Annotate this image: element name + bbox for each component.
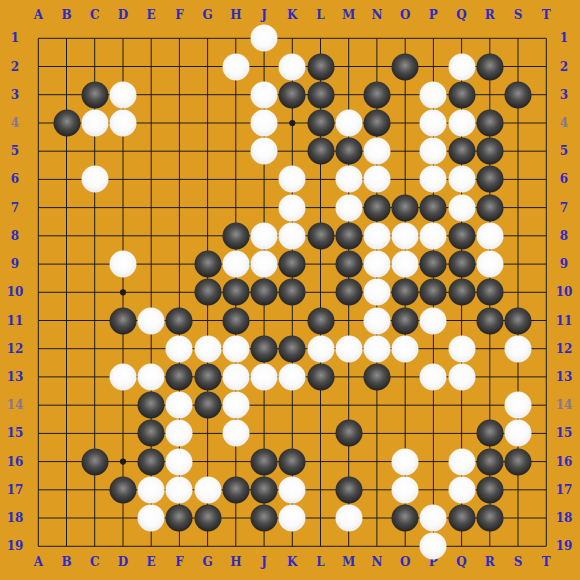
black-stone <box>476 476 503 503</box>
white-stone <box>279 476 306 503</box>
white-stone <box>138 476 165 503</box>
black-stone <box>392 505 419 532</box>
col-label-top: M <box>342 9 355 21</box>
white-stone <box>420 81 447 108</box>
black-stone <box>392 194 419 221</box>
white-stone <box>448 335 475 362</box>
row-label-right: 8 <box>560 230 568 242</box>
row-label-right: 4 <box>560 117 568 129</box>
white-stone <box>166 476 193 503</box>
col-label-top: K <box>287 9 297 21</box>
col-label-bottom: F <box>175 556 184 568</box>
white-stone <box>420 307 447 334</box>
row-label-right: 14 <box>556 399 573 411</box>
col-label-bottom: S <box>514 556 523 568</box>
row-label-left: 10 <box>7 286 24 298</box>
black-stone <box>279 279 306 306</box>
white-stone <box>222 251 249 278</box>
black-stone <box>335 138 362 165</box>
black-stone <box>194 251 221 278</box>
white-stone <box>420 363 447 390</box>
black-stone <box>81 448 108 475</box>
white-stone <box>505 420 532 447</box>
white-stone <box>335 166 362 193</box>
black-stone <box>505 307 532 334</box>
row-label-right: 10 <box>556 286 573 298</box>
white-stone <box>222 420 249 447</box>
white-stone <box>335 335 362 362</box>
col-label-bottom: O <box>400 556 410 568</box>
white-stone <box>251 251 278 278</box>
row-label-right: 16 <box>556 456 573 468</box>
black-stone <box>420 194 447 221</box>
col-label-top: D <box>118 9 128 21</box>
black-stone <box>251 448 278 475</box>
white-stone <box>505 335 532 362</box>
col-label-top: C <box>90 9 100 21</box>
black-stone <box>194 279 221 306</box>
black-stone <box>138 392 165 419</box>
black-stone <box>166 363 193 390</box>
black-stone <box>363 81 390 108</box>
col-label-top: G <box>202 9 212 21</box>
white-stone <box>81 166 108 193</box>
row-label-right: 7 <box>560 202 568 214</box>
black-stone <box>109 476 136 503</box>
white-stone <box>420 533 447 560</box>
white-stone <box>109 251 136 278</box>
black-stone <box>251 505 278 532</box>
white-stone <box>448 363 475 390</box>
row-label-right: 6 <box>560 173 568 185</box>
row-label-right: 19 <box>556 540 573 552</box>
row-label-left: 9 <box>11 258 19 270</box>
white-stone <box>335 194 362 221</box>
white-stone <box>420 166 447 193</box>
black-stone <box>335 251 362 278</box>
white-stone <box>363 335 390 362</box>
black-stone <box>476 307 503 334</box>
col-label-top: T <box>542 9 551 21</box>
black-stone <box>279 251 306 278</box>
white-stone <box>222 392 249 419</box>
row-label-right: 18 <box>556 512 573 524</box>
col-label-bottom: A <box>34 556 43 568</box>
white-stone <box>448 53 475 80</box>
col-label-bottom: N <box>371 556 382 568</box>
white-stone <box>138 307 165 334</box>
white-stone <box>392 448 419 475</box>
white-stone <box>279 166 306 193</box>
col-label-top: H <box>230 9 241 21</box>
white-stone <box>166 420 193 447</box>
white-stone <box>420 109 447 136</box>
row-label-right: 9 <box>560 258 568 270</box>
col-label-top: A <box>34 9 43 21</box>
col-label-bottom: Q <box>456 556 466 568</box>
white-stone <box>138 363 165 390</box>
white-stone <box>251 363 278 390</box>
black-stone <box>166 505 193 532</box>
white-stone <box>166 335 193 362</box>
white-stone <box>476 222 503 249</box>
black-stone <box>363 363 390 390</box>
black-stone <box>307 53 334 80</box>
row-label-left: 4 <box>11 117 19 129</box>
star-point <box>289 120 295 126</box>
black-stone <box>194 392 221 419</box>
row-label-right: 1 <box>560 32 568 44</box>
row-label-left: 13 <box>7 371 24 383</box>
white-stone <box>476 251 503 278</box>
row-label-left: 17 <box>7 484 24 496</box>
star-point <box>120 289 126 295</box>
white-stone <box>251 138 278 165</box>
white-stone <box>392 476 419 503</box>
black-stone <box>476 194 503 221</box>
black-stone <box>53 109 80 136</box>
col-label-top: S <box>514 9 523 21</box>
white-stone <box>363 279 390 306</box>
black-stone <box>307 222 334 249</box>
black-stone <box>251 279 278 306</box>
white-stone <box>166 392 193 419</box>
white-stone <box>194 476 221 503</box>
white-stone <box>222 335 249 362</box>
white-stone <box>420 222 447 249</box>
black-stone <box>194 505 221 532</box>
row-label-right: 5 <box>560 145 568 157</box>
row-label-left: 6 <box>11 173 19 185</box>
row-label-right: 2 <box>560 61 568 73</box>
white-stone <box>392 335 419 362</box>
white-stone <box>363 166 390 193</box>
white-stone <box>109 81 136 108</box>
black-stone <box>505 448 532 475</box>
black-stone <box>251 476 278 503</box>
black-stone <box>420 251 447 278</box>
black-stone <box>81 81 108 108</box>
black-stone <box>505 81 532 108</box>
black-stone <box>420 279 447 306</box>
col-label-bottom: G <box>202 556 212 568</box>
col-label-top: J <box>261 9 267 21</box>
white-stone <box>222 53 249 80</box>
col-label-top: N <box>371 9 382 21</box>
white-stone <box>109 109 136 136</box>
white-stone <box>109 363 136 390</box>
black-stone <box>476 166 503 193</box>
black-stone <box>448 138 475 165</box>
white-stone <box>420 138 447 165</box>
black-stone <box>222 307 249 334</box>
white-stone <box>335 505 362 532</box>
black-stone <box>448 251 475 278</box>
white-stone <box>279 363 306 390</box>
col-label-bottom: L <box>316 556 324 568</box>
black-stone <box>392 279 419 306</box>
black-stone <box>222 476 249 503</box>
white-stone <box>222 363 249 390</box>
white-stone <box>279 222 306 249</box>
black-stone <box>194 363 221 390</box>
row-label-right: 3 <box>560 89 568 101</box>
row-label-right: 11 <box>556 315 573 327</box>
row-label-left: 15 <box>7 427 24 439</box>
col-label-bottom: B <box>61 556 71 568</box>
white-stone <box>194 335 221 362</box>
row-label-left: 14 <box>7 399 24 411</box>
black-stone <box>476 53 503 80</box>
col-label-bottom: H <box>230 556 241 568</box>
black-stone <box>476 505 503 532</box>
row-label-left: 5 <box>11 145 19 157</box>
white-stone <box>251 222 278 249</box>
col-label-top: P <box>429 9 438 21</box>
col-label-top: E <box>147 9 156 21</box>
black-stone <box>307 109 334 136</box>
black-stone <box>392 53 419 80</box>
row-label-right: 17 <box>556 484 573 496</box>
black-stone <box>307 363 334 390</box>
col-label-bottom: K <box>287 556 297 568</box>
white-stone <box>279 505 306 532</box>
black-stone <box>166 307 193 334</box>
col-label-top: Q <box>456 9 466 21</box>
white-stone <box>81 109 108 136</box>
row-label-left: 16 <box>7 456 24 468</box>
col-label-bottom: D <box>118 556 128 568</box>
col-label-top: B <box>61 9 71 21</box>
black-stone <box>138 420 165 447</box>
white-stone <box>392 251 419 278</box>
white-stone <box>251 109 278 136</box>
white-stone <box>448 194 475 221</box>
black-stone <box>363 194 390 221</box>
row-label-left: 18 <box>7 512 24 524</box>
col-label-top: O <box>400 9 410 21</box>
row-label-left: 19 <box>7 540 24 552</box>
black-stone <box>279 335 306 362</box>
row-label-left: 12 <box>7 343 24 355</box>
white-stone <box>420 505 447 532</box>
white-stone <box>363 222 390 249</box>
col-label-top: R <box>485 9 495 21</box>
black-stone <box>335 222 362 249</box>
black-stone <box>222 279 249 306</box>
white-stone <box>279 53 306 80</box>
black-stone <box>109 307 136 334</box>
white-stone <box>505 392 532 419</box>
black-stone <box>448 505 475 532</box>
black-stone <box>476 279 503 306</box>
black-stone <box>476 448 503 475</box>
row-label-left: 2 <box>11 61 19 73</box>
col-label-top: L <box>316 9 324 21</box>
row-label-right: 13 <box>556 371 573 383</box>
white-stone <box>363 251 390 278</box>
white-stone <box>448 448 475 475</box>
row-label-right: 12 <box>556 343 573 355</box>
black-stone <box>448 222 475 249</box>
black-stone <box>476 109 503 136</box>
row-label-left: 8 <box>11 230 19 242</box>
white-stone <box>363 307 390 334</box>
black-stone <box>138 448 165 475</box>
col-label-top: F <box>175 9 184 21</box>
black-stone <box>392 307 419 334</box>
white-stone <box>363 138 390 165</box>
col-label-bottom: T <box>542 556 551 568</box>
white-stone <box>279 194 306 221</box>
black-stone <box>251 335 278 362</box>
white-stone <box>307 335 334 362</box>
col-label-bottom: C <box>90 556 100 568</box>
black-stone <box>279 81 306 108</box>
black-stone <box>307 138 334 165</box>
white-stone <box>166 448 193 475</box>
row-label-left: 7 <box>11 202 19 214</box>
star-point <box>120 459 126 465</box>
black-stone <box>335 420 362 447</box>
row-label-right: 15 <box>556 427 573 439</box>
col-label-bottom: M <box>342 556 355 568</box>
black-stone <box>476 138 503 165</box>
white-stone <box>448 166 475 193</box>
white-stone <box>251 25 278 52</box>
black-stone <box>448 279 475 306</box>
black-stone <box>363 109 390 136</box>
black-stone <box>307 307 334 334</box>
col-label-bottom: R <box>485 556 495 568</box>
row-label-left: 11 <box>7 315 24 327</box>
row-label-left: 1 <box>11 32 19 44</box>
black-stone <box>307 81 334 108</box>
col-label-bottom: J <box>261 556 267 568</box>
white-stone <box>138 505 165 532</box>
white-stone <box>335 109 362 136</box>
white-stone <box>251 81 278 108</box>
go-board[interactable]: AABBCCDDEEFFGGHHJJKKLLMMNNOOPPQQRRSSTT11… <box>0 0 580 580</box>
black-stone <box>476 420 503 447</box>
black-stone <box>335 279 362 306</box>
black-stone <box>279 448 306 475</box>
black-stone <box>335 476 362 503</box>
row-label-left: 3 <box>11 89 19 101</box>
white-stone <box>448 476 475 503</box>
black-stone <box>222 222 249 249</box>
white-stone <box>392 222 419 249</box>
white-stone <box>448 109 475 136</box>
black-stone <box>448 81 475 108</box>
col-label-bottom: E <box>147 556 156 568</box>
